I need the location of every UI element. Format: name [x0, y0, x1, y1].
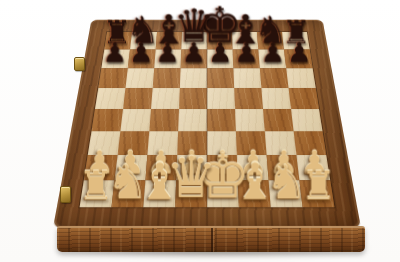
square-e4[interactable] — [207, 109, 236, 131]
black-pawn[interactable]: ♟ — [261, 41, 285, 67]
square-b7[interactable]: ♟ — [128, 50, 156, 69]
photo-canvas: ♜♞♝♛♚♝♞♜♟♟♟♟♟♟♟♟♟♟♟♟♟♟♟♟♜♞♝♛♚♝♞♜ — [0, 0, 400, 262]
black-pawn[interactable]: ♟ — [155, 41, 179, 67]
square-g5[interactable] — [261, 88, 291, 109]
square-h5[interactable] — [289, 88, 319, 109]
brass-clasp-lower — [60, 186, 71, 203]
square-a7[interactable]: ♟ — [101, 50, 130, 69]
black-pawn[interactable]: ♟ — [208, 41, 232, 67]
square-b5[interactable] — [123, 88, 153, 109]
board-front-face — [57, 226, 365, 252]
black-pawn[interactable]: ♟ — [129, 41, 153, 67]
square-g7[interactable]: ♟ — [258, 50, 286, 69]
square-g4[interactable] — [263, 109, 294, 131]
square-a1[interactable]: ♜ — [80, 180, 115, 207]
square-d6[interactable] — [180, 68, 207, 88]
square-f7[interactable]: ♟ — [233, 50, 260, 69]
square-a5[interactable] — [95, 88, 125, 109]
square-e7[interactable]: ♟ — [207, 50, 233, 69]
square-d4[interactable] — [178, 109, 207, 131]
square-a4[interactable] — [92, 109, 123, 131]
square-c5[interactable] — [151, 88, 180, 109]
square-c6[interactable] — [153, 68, 181, 88]
square-b4[interactable] — [120, 109, 151, 131]
square-d5[interactable] — [179, 88, 207, 109]
board-scene: ♜♞♝♛♚♝♞♜♟♟♟♟♟♟♟♟♟♟♟♟♟♟♟♟♜♞♝♛♚♝♞♜ — [75, 0, 339, 241]
black-pawn[interactable]: ♟ — [103, 41, 127, 67]
square-f6[interactable] — [233, 68, 261, 88]
white-rook[interactable]: ♜ — [300, 168, 336, 206]
brass-clasp-upper — [74, 57, 85, 71]
square-h6[interactable] — [286, 68, 316, 88]
white-queen[interactable]: ♛ — [166, 151, 217, 205]
square-a6[interactable] — [98, 68, 128, 88]
square-b6[interactable] — [125, 68, 154, 88]
square-d7[interactable]: ♟ — [181, 50, 207, 69]
square-f4[interactable] — [235, 109, 265, 131]
square-e6[interactable] — [207, 68, 234, 88]
black-pawn[interactable]: ♟ — [234, 41, 258, 67]
square-c7[interactable]: ♟ — [154, 50, 181, 69]
white-rook[interactable]: ♜ — [78, 168, 114, 206]
square-g6[interactable] — [260, 68, 289, 88]
black-pawn[interactable]: ♟ — [182, 41, 206, 67]
square-h7[interactable]: ♟ — [284, 50, 313, 69]
square-g1[interactable]: ♞ — [269, 180, 303, 207]
square-b1[interactable]: ♞ — [111, 180, 145, 207]
black-pawn[interactable]: ♟ — [287, 41, 311, 67]
chess-board: ♜♞♝♛♚♝♞♜♟♟♟♟♟♟♟♟♟♟♟♟♟♟♟♟♜♞♝♛♚♝♞♜ — [53, 20, 361, 228]
square-f5[interactable] — [234, 88, 263, 109]
front-fold-seam — [211, 228, 213, 252]
square-e5[interactable] — [207, 88, 235, 109]
square-c4[interactable] — [149, 109, 179, 131]
square-d1[interactable]: ♛ — [175, 180, 207, 207]
square-h4[interactable] — [291, 109, 322, 131]
square-h1[interactable]: ♜ — [299, 180, 334, 207]
